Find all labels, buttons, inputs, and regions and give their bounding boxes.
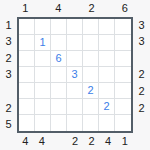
clue-right-r7 (133, 116, 150, 133)
cell-r6c3[interactable] (51, 99, 67, 115)
clue-left-r5 (0, 83, 17, 100)
clue-bottom-c1: 4 (17, 133, 34, 150)
puzzle-board: 1 6 3 2 2 (17, 17, 133, 133)
cell-r5c3[interactable] (51, 83, 67, 99)
cell-r1c4[interactable] (67, 19, 83, 35)
cell-r7c5[interactable] (83, 115, 99, 131)
cell-r7c6[interactable] (99, 115, 115, 131)
clue-top-c3: 4 (50, 0, 67, 17)
corner-top-right (133, 0, 150, 17)
clue-left-r4: 3 (0, 67, 17, 84)
cell-r4c2[interactable] (35, 67, 51, 83)
cell-r4c6[interactable] (99, 67, 115, 83)
cell-r5c5[interactable]: 2 (83, 83, 99, 99)
cell-r2c3[interactable] (51, 35, 67, 51)
cell-r7c4[interactable] (67, 115, 83, 131)
cell-r3c1[interactable] (19, 51, 35, 67)
corner-bottom-left (0, 133, 17, 150)
cell-r3c6[interactable] (99, 51, 115, 67)
cell-r6c4[interactable] (67, 99, 83, 115)
cell-r2c7[interactable] (115, 35, 131, 51)
cell-r2c2[interactable]: 1 (35, 35, 51, 51)
clue-left-r7: 5 (0, 116, 17, 133)
cell-r5c7[interactable] (115, 83, 131, 99)
clue-right-r1: 3 (133, 17, 150, 34)
cell-r2c6[interactable] (99, 35, 115, 51)
cell-r4c5[interactable] (83, 67, 99, 83)
cell-r5c6[interactable] (99, 83, 115, 99)
cell-r6c5[interactable] (83, 99, 99, 115)
cell-r4c1[interactable] (19, 67, 35, 83)
cell-r7c2[interactable] (35, 115, 51, 131)
cell-r1c6[interactable] (99, 19, 115, 35)
cell-r4c3[interactable] (51, 67, 67, 83)
clue-left-r2: 3 (0, 34, 17, 51)
bottom-clues: 4 4 2 2 4 1 (17, 133, 133, 150)
top-clues: 1 4 2 6 (17, 0, 133, 17)
cell-r5c4[interactable] (67, 83, 83, 99)
cell-r1c3[interactable] (51, 19, 67, 35)
cell-r4c4[interactable]: 3 (67, 67, 83, 83)
clue-bottom-c5: 2 (83, 133, 100, 150)
cell-r6c1[interactable] (19, 99, 35, 115)
clue-top-c6 (100, 0, 117, 17)
cell-r6c7[interactable] (115, 99, 131, 115)
corner-bottom-right (133, 133, 150, 150)
clue-right-r6: 2 (133, 100, 150, 117)
cell-r7c1[interactable] (19, 115, 35, 131)
clue-top-c4 (67, 0, 84, 17)
clue-right-r3 (133, 50, 150, 67)
cell-r3c5[interactable] (83, 51, 99, 67)
clue-right-r2: 3 (133, 34, 150, 51)
cell-r2c1[interactable] (19, 35, 35, 51)
cell-r3c4[interactable] (67, 51, 83, 67)
skyscrapers-puzzle: 1 4 2 6 1 3 2 3 2 5 1 6 (0, 0, 150, 150)
cell-r6c6[interactable]: 2 (99, 99, 115, 115)
cell-r6c2[interactable] (35, 99, 51, 115)
right-clues: 3 3 2 2 2 (133, 17, 150, 133)
cell-r2c4[interactable] (67, 35, 83, 51)
cell-r4c7[interactable] (115, 67, 131, 83)
corner-top-left (0, 0, 17, 17)
cell-r3c3[interactable]: 6 (51, 51, 67, 67)
clue-left-r6: 2 (0, 100, 17, 117)
cell-r5c1[interactable] (19, 83, 35, 99)
clue-top-c5: 2 (83, 0, 100, 17)
cell-r3c7[interactable] (115, 51, 131, 67)
cell-r1c5[interactable] (83, 19, 99, 35)
clue-top-c7: 6 (116, 0, 133, 17)
clue-right-r4: 2 (133, 67, 150, 84)
left-clues: 1 3 2 3 2 5 (0, 17, 17, 133)
clue-bottom-c4: 2 (67, 133, 84, 150)
clue-bottom-c2: 4 (34, 133, 51, 150)
cell-r5c2[interactable] (35, 83, 51, 99)
cell-r2c5[interactable] (83, 35, 99, 51)
cell-r7c7[interactable] (115, 115, 131, 131)
clue-bottom-c7: 1 (116, 133, 133, 150)
cell-r1c1[interactable] (19, 19, 35, 35)
clue-right-r5: 2 (133, 83, 150, 100)
clue-left-r3: 2 (0, 50, 17, 67)
clue-top-c1: 1 (17, 0, 34, 17)
cell-r7c3[interactable] (51, 115, 67, 131)
clue-bottom-c3 (50, 133, 67, 150)
clue-bottom-c6: 4 (100, 133, 117, 150)
cell-r3c2[interactable] (35, 51, 51, 67)
clue-top-c2 (34, 0, 51, 17)
clue-left-r1: 1 (0, 17, 17, 34)
cell-r1c7[interactable] (115, 19, 131, 35)
cell-r1c2[interactable] (35, 19, 51, 35)
